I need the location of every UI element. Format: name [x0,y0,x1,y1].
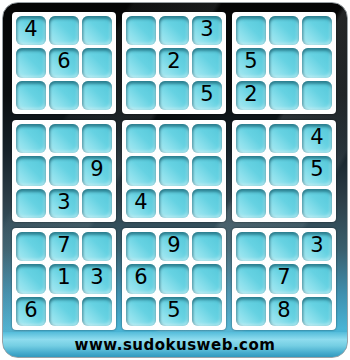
cell-r3c8[interactable] [269,81,299,110]
cell-r2c1[interactable] [16,48,46,77]
cell-r5c9[interactable]: 5 [302,156,332,185]
cell-digit: 2 [167,51,180,72]
cell-r3c7[interactable]: 2 [236,81,266,110]
cell-r7c4[interactable] [126,232,156,261]
cell-r1c4[interactable] [126,16,156,45]
cell-r9c3[interactable] [82,297,112,326]
cell-r4c2[interactable] [49,124,79,153]
cell-r8c5[interactable] [159,264,189,293]
cell-r4c1[interactable] [16,124,46,153]
cell-digit: 5 [200,84,213,105]
cell-r7c6[interactable] [192,232,222,261]
cell-r8c4[interactable]: 6 [126,264,156,293]
cell-r8c1[interactable] [16,264,46,293]
cell-r1c2[interactable] [49,16,79,45]
cell-r5c3[interactable]: 9 [82,156,112,185]
cell-digit: 2 [244,84,257,105]
cell-r3c9[interactable] [302,81,332,110]
sudoku-box-9: 378 [232,228,336,330]
cell-r4c7[interactable] [236,124,266,153]
cell-r9c1[interactable]: 6 [16,297,46,326]
cell-r4c4[interactable] [126,124,156,153]
cell-r8c3[interactable]: 3 [82,264,112,293]
cell-r8c7[interactable] [236,264,266,293]
cell-r8c8[interactable]: 7 [269,264,299,293]
cell-digit: 3 [90,267,103,288]
cell-r9c2[interactable] [49,297,79,326]
cell-r6c1[interactable] [16,189,46,218]
cell-r5c5[interactable] [159,156,189,185]
cell-r5c8[interactable] [269,156,299,185]
cell-r2c4[interactable] [126,48,156,77]
site-url-link[interactable]: www.sudokusweb.com [75,336,276,354]
cell-digit: 3 [310,235,323,256]
cell-r2c8[interactable] [269,48,299,77]
cell-r4c6[interactable] [192,124,222,153]
cell-r7c5[interactable]: 9 [159,232,189,261]
cell-r3c4[interactable] [126,81,156,110]
cell-r5c7[interactable] [236,156,266,185]
sudoku-box-5: 4 [122,120,226,222]
sudoku-box-8: 965 [122,228,226,330]
cell-r7c2[interactable]: 7 [49,232,79,261]
cell-r6c9[interactable] [302,189,332,218]
cell-r7c7[interactable] [236,232,266,261]
cell-digit: 4 [24,19,37,40]
cell-r9c7[interactable] [236,297,266,326]
sudoku-box-2: 325 [122,12,226,114]
cell-digit: 9 [90,159,103,180]
cell-r1c6[interactable]: 3 [192,16,222,45]
footer-bar: www.sudokusweb.com [3,332,347,357]
cell-r6c6[interactable] [192,189,222,218]
cell-r9c5[interactable]: 5 [159,297,189,326]
sudoku-box-6: 45 [232,120,336,222]
cell-r4c5[interactable] [159,124,189,153]
cell-r1c8[interactable] [269,16,299,45]
cell-digit: 6 [24,300,37,321]
cell-r5c1[interactable] [16,156,46,185]
cell-r3c6[interactable]: 5 [192,81,222,110]
cell-r8c2[interactable]: 1 [49,264,79,293]
cell-r6c3[interactable] [82,189,112,218]
cell-r5c4[interactable] [126,156,156,185]
cell-r7c3[interactable] [82,232,112,261]
cell-digit: 5 [310,159,323,180]
cell-r2c2[interactable]: 6 [49,48,79,77]
cell-r3c2[interactable] [49,81,79,110]
cell-r6c7[interactable] [236,189,266,218]
cell-r1c9[interactable] [302,16,332,45]
cell-r2c6[interactable] [192,48,222,77]
cell-digit: 5 [244,51,257,72]
cell-r5c2[interactable] [49,156,79,185]
sudoku-box-4: 93 [12,120,116,222]
sudoku-box-1: 46 [12,12,116,114]
cell-r2c5[interactable]: 2 [159,48,189,77]
cell-r8c9[interactable] [302,264,332,293]
cell-r3c1[interactable] [16,81,46,110]
cell-digit: 5 [167,300,180,321]
cell-r1c1[interactable]: 4 [16,16,46,45]
cell-r5c6[interactable] [192,156,222,185]
sudoku-board: 4632552934457136965378 [12,12,336,330]
cell-r3c3[interactable] [82,81,112,110]
board-frame: 4632552934457136965378 www.sudokusweb.co… [2,2,348,358]
cell-digit: 1 [57,267,70,288]
cell-r9c4[interactable] [126,297,156,326]
cell-digit: 7 [57,235,70,256]
cell-r1c3[interactable] [82,16,112,45]
sudoku-box-3: 52 [232,12,336,114]
cell-r9c9[interactable] [302,297,332,326]
cell-r6c4[interactable]: 4 [126,189,156,218]
cell-r6c2[interactable]: 3 [49,189,79,218]
cell-r1c5[interactable] [159,16,189,45]
cell-r4c9[interactable]: 4 [302,124,332,153]
cell-digit: 6 [134,267,147,288]
cell-r6c8[interactable] [269,189,299,218]
cell-digit: 9 [167,235,180,256]
cell-r6c5[interactable] [159,189,189,218]
cell-r9c8[interactable]: 8 [269,297,299,326]
cell-r1c7[interactable] [236,16,266,45]
cell-r7c9[interactable]: 3 [302,232,332,261]
cell-r7c8[interactable] [269,232,299,261]
cell-r2c3[interactable] [82,48,112,77]
cell-r9c6[interactable] [192,297,222,326]
cell-digit: 7 [277,267,290,288]
cell-digit: 3 [57,192,70,213]
cell-digit: 8 [277,300,290,321]
cell-r2c7[interactable]: 5 [236,48,266,77]
cell-r7c1[interactable] [16,232,46,261]
cell-digit: 4 [310,127,323,148]
cell-r4c8[interactable] [269,124,299,153]
cell-r4c3[interactable] [82,124,112,153]
cell-r8c6[interactable] [192,264,222,293]
cell-r2c9[interactable] [302,48,332,77]
cell-r3c5[interactable] [159,81,189,110]
cell-digit: 6 [57,51,70,72]
cell-digit: 3 [200,19,213,40]
sudoku-box-7: 7136 [12,228,116,330]
cell-digit: 4 [134,192,147,213]
